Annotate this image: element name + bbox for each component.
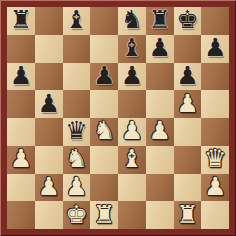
piece-black-bishop[interactable]: ♝ [121,35,143,60]
square-b5[interactable]: ♟ [35,90,63,118]
square-d8[interactable] [90,7,118,35]
square-c8[interactable]: ♝ [63,7,91,35]
square-a5[interactable] [7,90,35,118]
square-g3[interactable] [174,146,202,174]
square-c1[interactable]: ♚ [63,201,91,229]
piece-white-bishop[interactable]: ♝ [121,146,143,171]
square-f4[interactable]: ♟ [146,118,174,146]
square-g8[interactable]: ♚ [174,7,202,35]
piece-white-queen[interactable]: ♛ [204,146,226,171]
square-e5[interactable] [118,90,146,118]
piece-black-pawn[interactable]: ♟ [37,91,59,116]
square-h5[interactable] [201,90,229,118]
square-e6[interactable]: ♟ [118,63,146,91]
square-c5[interactable] [63,90,91,118]
piece-black-pawn[interactable]: ♟ [148,35,170,60]
piece-black-pawn[interactable]: ♟ [121,63,143,88]
square-f5[interactable] [146,90,174,118]
piece-black-pawn[interactable]: ♟ [204,35,226,60]
square-a1[interactable] [7,201,35,229]
square-f6[interactable] [146,63,174,91]
piece-white-pawn[interactable]: ♟ [148,118,170,143]
square-e2[interactable] [118,174,146,202]
piece-white-rook[interactable]: ♜ [176,202,198,227]
piece-black-queen[interactable]: ♛ [65,118,87,143]
square-c3[interactable]: ♞ [63,146,91,174]
square-b1[interactable] [35,201,63,229]
piece-white-pawn[interactable]: ♟ [176,91,198,116]
piece-white-pawn[interactable]: ♟ [65,174,87,199]
square-a2[interactable] [7,174,35,202]
square-f1[interactable] [146,201,174,229]
piece-white-pawn[interactable]: ♟ [37,174,59,199]
square-g5[interactable]: ♟ [174,90,202,118]
square-b3[interactable] [35,146,63,174]
chess-board: ♜♝♞♜♚♝♟♟♟♟♟♟♟♟♛♞♟♟♟♞♝♛♟♟♟♚♜♜ [7,7,229,229]
square-a6[interactable]: ♟ [7,63,35,91]
square-e7[interactable]: ♝ [118,35,146,63]
square-e1[interactable] [118,201,146,229]
chess-board-frame: ♜♝♞♜♚♝♟♟♟♟♟♟♟♟♛♞♟♟♟♞♝♛♟♟♟♚♜♜ [0,0,236,236]
piece-black-pawn[interactable]: ♟ [176,63,198,88]
square-d3[interactable] [90,146,118,174]
piece-black-rook[interactable]: ♜ [10,7,32,32]
square-f7[interactable]: ♟ [146,35,174,63]
square-d7[interactable] [90,35,118,63]
square-e8[interactable]: ♞ [118,7,146,35]
square-h4[interactable] [201,118,229,146]
square-f2[interactable] [146,174,174,202]
square-d2[interactable] [90,174,118,202]
square-h3[interactable]: ♛ [201,146,229,174]
square-b6[interactable] [35,63,63,91]
square-e3[interactable]: ♝ [118,146,146,174]
square-h8[interactable] [201,7,229,35]
piece-white-king[interactable]: ♚ [65,202,87,227]
square-g7[interactable] [174,35,202,63]
piece-white-pawn[interactable]: ♟ [121,118,143,143]
square-d6[interactable]: ♟ [90,63,118,91]
piece-black-pawn[interactable]: ♟ [10,63,32,88]
square-b4[interactable] [35,118,63,146]
square-h7[interactable]: ♟ [201,35,229,63]
piece-black-bishop[interactable]: ♝ [65,7,87,32]
piece-black-king[interactable]: ♚ [176,7,198,32]
square-b8[interactable] [35,7,63,35]
square-c2[interactable]: ♟ [63,174,91,202]
square-a7[interactable] [7,35,35,63]
square-h2[interactable]: ♟ [201,174,229,202]
square-h1[interactable] [201,201,229,229]
piece-white-pawn[interactable]: ♟ [204,174,226,199]
square-f3[interactable] [146,146,174,174]
square-d1[interactable]: ♜ [90,201,118,229]
piece-white-pawn[interactable]: ♟ [10,146,32,171]
square-a8[interactable]: ♜ [7,7,35,35]
square-c4[interactable]: ♛ [63,118,91,146]
square-b7[interactable] [35,35,63,63]
square-g4[interactable] [174,118,202,146]
piece-white-knight[interactable]: ♞ [65,146,87,171]
square-g6[interactable]: ♟ [174,63,202,91]
square-a4[interactable] [7,118,35,146]
piece-white-knight[interactable]: ♞ [93,118,115,143]
square-b2[interactable]: ♟ [35,174,63,202]
piece-black-rook[interactable]: ♜ [148,7,170,32]
square-d5[interactable] [90,90,118,118]
piece-black-pawn[interactable]: ♟ [93,63,115,88]
square-f8[interactable]: ♜ [146,7,174,35]
piece-white-rook[interactable]: ♜ [93,202,115,227]
piece-black-knight[interactable]: ♞ [121,7,143,32]
square-e4[interactable]: ♟ [118,118,146,146]
square-g2[interactable] [174,174,202,202]
square-g1[interactable]: ♜ [174,201,202,229]
square-d4[interactable]: ♞ [90,118,118,146]
square-a3[interactable]: ♟ [7,146,35,174]
square-h6[interactable] [201,63,229,91]
square-c7[interactable] [63,35,91,63]
square-c6[interactable] [63,63,91,91]
